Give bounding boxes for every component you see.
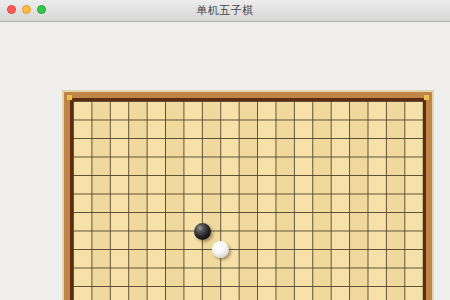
content-area — [0, 22, 450, 300]
traffic-lights — [7, 5, 46, 14]
minimize-button[interactable] — [22, 5, 31, 14]
corner-accent-top-right-icon — [424, 95, 429, 100]
close-button[interactable] — [7, 5, 16, 14]
corner-accent-top-left-icon — [67, 95, 72, 100]
black-stone — [194, 223, 211, 240]
gomoku-board[interactable] — [70, 98, 426, 300]
titlebar: 单机五子棋 — [0, 0, 450, 22]
board-wood-border — [64, 92, 432, 300]
app-window: 单机五子棋 — [0, 0, 450, 300]
board-frame — [62, 90, 434, 300]
white-stone — [212, 241, 229, 258]
zoom-button[interactable] — [37, 5, 46, 14]
window-title: 单机五子棋 — [196, 0, 254, 21]
